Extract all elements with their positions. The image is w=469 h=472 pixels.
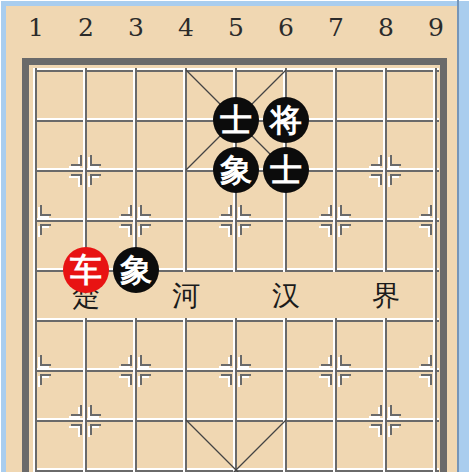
piece-black-general[interactable]: 将 <box>263 97 309 143</box>
point-marker-2-3-se <box>90 174 101 185</box>
point-marker-5-7-sw <box>221 374 232 385</box>
point-marker-5-4-sw <box>221 224 232 235</box>
point-marker-8-3-ne <box>390 155 401 166</box>
point-marker-2-8-ne <box>90 405 101 416</box>
point-marker-1-4-ne <box>40 205 51 216</box>
point-marker-1-7-ne <box>40 355 51 366</box>
file-label-5: 5 <box>228 13 244 42</box>
point-marker-8-8-se <box>390 424 401 435</box>
file-label-2: 2 <box>78 13 94 42</box>
point-marker-3-7-se <box>140 374 151 385</box>
point-marker-2-3-nw <box>71 155 82 166</box>
point-marker-2-8-sw <box>71 424 82 435</box>
point-marker-2-3-ne <box>90 155 101 166</box>
point-marker-8-3-sw <box>371 174 382 185</box>
point-marker-7-4-sw <box>321 224 332 235</box>
file-label-8: 8 <box>378 13 394 42</box>
river-label-jie: 界 <box>372 277 400 315</box>
point-marker-8-3-nw <box>371 155 382 166</box>
xiangqi-window: 1 2 3 4 5 6 7 8 9 楚 河 汉 界 士 将 象 士 车 象 <box>0 0 469 472</box>
point-marker-8-8-sw <box>371 424 382 435</box>
point-marker-7-7-nw <box>321 355 332 366</box>
point-marker-5-7-se <box>240 374 251 385</box>
point-marker-7-4-nw <box>321 205 332 216</box>
point-marker-9-7-nw <box>421 355 432 366</box>
piece-black-elephant[interactable]: 象 <box>213 147 259 193</box>
point-marker-5-7-nw <box>221 355 232 366</box>
point-marker-2-8-nw <box>71 405 82 416</box>
point-marker-3-4-se <box>140 224 151 235</box>
river-label-he: 河 <box>172 277 200 315</box>
file-label-4: 4 <box>178 13 194 42</box>
palace-diagonals <box>0 0 469 472</box>
point-marker-3-4-ne <box>140 205 151 216</box>
point-marker-9-4-nw <box>421 205 432 216</box>
point-marker-5-7-ne <box>240 355 251 366</box>
point-marker-2-3-sw <box>71 174 82 185</box>
point-marker-8-3-se <box>390 174 401 185</box>
point-marker-5-4-ne <box>240 205 251 216</box>
point-marker-7-7-se <box>340 374 351 385</box>
point-marker-7-4-se <box>340 224 351 235</box>
point-marker-7-7-sw <box>321 374 332 385</box>
point-marker-1-4-se <box>40 224 51 235</box>
point-marker-7-4-ne <box>340 205 351 216</box>
point-marker-9-4-sw <box>421 224 432 235</box>
file-label-9: 9 <box>428 13 444 42</box>
point-marker-8-8-nw <box>371 405 382 416</box>
file-label-6: 6 <box>278 13 294 42</box>
point-marker-3-4-sw <box>121 224 132 235</box>
point-marker-9-7-sw <box>421 374 432 385</box>
point-marker-3-7-nw <box>121 355 132 366</box>
river-label-han: 汉 <box>272 277 300 315</box>
file-label-7: 7 <box>328 13 344 42</box>
point-marker-5-4-se <box>240 224 251 235</box>
point-marker-3-4-nw <box>121 205 132 216</box>
point-marker-3-7-sw <box>121 374 132 385</box>
point-marker-5-4-nw <box>221 205 232 216</box>
piece-black-advisor[interactable]: 士 <box>213 97 259 143</box>
piece-black-elephant-2[interactable]: 象 <box>113 247 159 293</box>
file-label-1: 1 <box>28 13 44 42</box>
point-marker-3-7-ne <box>140 355 151 366</box>
point-marker-1-7-se <box>40 374 51 385</box>
file-label-3: 3 <box>128 13 144 42</box>
piece-black-advisor-2[interactable]: 士 <box>263 147 309 193</box>
piece-red-chariot[interactable]: 车 <box>63 247 109 293</box>
point-marker-7-7-ne <box>340 355 351 366</box>
point-marker-2-8-se <box>90 424 101 435</box>
point-marker-8-8-ne <box>390 405 401 416</box>
